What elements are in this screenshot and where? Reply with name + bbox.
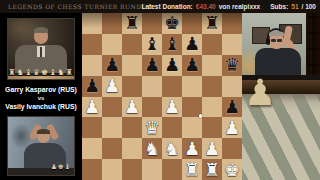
square-e5[interactable] [162,76,182,97]
square-d3[interactable]: ♛ [142,117,162,138]
donation-donor: von realpixxx [219,3,261,10]
streamer-hair [269,31,284,36]
chess-board: ♜♚♜♝♝♟♟♟♟♟♛♟♟♟♟♟♟♛♟♞♞♟♟♜♜♚ [82,13,242,180]
square-d5[interactable] [142,76,162,97]
square-a7[interactable] [82,34,102,55]
square-e4[interactable]: ♟ [162,97,182,118]
kasparov-hair [34,27,48,33]
black-pawn: ♟ [104,56,120,74]
ivanchuk-photo: ♟♚♝ [7,116,75,176]
square-c7[interactable] [122,34,142,55]
black-pawn: ♟ [184,56,200,74]
square-h7[interactable] [222,34,242,55]
square-b8[interactable] [102,13,122,34]
ivanchuk-hair [37,129,50,134]
subs-total: / 100 [302,3,316,10]
top-bar-stats: Latest Donation: €43.40 von realpixxx Su… [142,0,317,13]
square-e2[interactable]: ♞ [162,138,182,159]
top-bar: Legends of Chess Turnier Runde 3 Latest … [0,0,320,13]
headphone-earcup [266,38,270,45]
subs-count: 51 [291,3,298,10]
square-a3[interactable] [82,117,102,138]
right-panel: ♟ [242,13,320,180]
kasparov-tie [40,47,42,57]
white-pawn: ♟ [84,97,100,115]
square-f8[interactable] [182,13,202,34]
black-pawn: ♟ [84,77,100,95]
square-b2[interactable] [102,138,122,159]
donation-label: Latest Donation: [142,3,193,10]
bookshelf [306,13,320,80]
white-pawn: ♟ [184,139,200,157]
square-b7[interactable] [102,34,122,55]
square-h5[interactable] [222,76,242,97]
square-e7[interactable]: ♝ [162,34,182,55]
players-sidebar: ♜♞♝♛♚♝♞♜ Garry Kasparov (RUS) vs Vasily … [0,13,82,180]
square-c5[interactable] [122,76,142,97]
square-d7[interactable]: ♝ [142,34,162,55]
square-f7[interactable]: ♟ [182,34,202,55]
square-a5[interactable]: ♟ [82,76,102,97]
square-f3[interactable] [182,117,202,138]
glasses [271,39,276,42]
square-c1[interactable] [122,159,142,180]
black-queen: ♛ [224,56,240,74]
white-pawn: ♟ [124,97,140,115]
square-d4[interactable] [142,97,162,118]
white-pawn: ♟ [164,97,180,115]
white-king: ♚ [224,160,240,178]
square-h3[interactable]: ♟ [222,117,242,138]
black-bishop: ♝ [144,35,160,53]
square-e1[interactable] [162,159,182,180]
square-h2[interactable] [222,138,242,159]
photo-chess-pieces: ♟♚♝ [51,163,71,171]
stream-overlay: Legends of Chess Turnier Runde 3 Latest … [0,0,320,180]
black-rook: ♜ [124,14,140,32]
square-g6[interactable] [202,55,222,76]
square-d8[interactable] [142,13,162,34]
black-pawn: ♟ [224,97,240,115]
square-e6[interactable]: ♟ [162,55,182,76]
square-g2[interactable]: ♟ [202,138,222,159]
square-e8[interactable]: ♚ [162,13,182,34]
square-c8[interactable]: ♜ [122,13,142,34]
black-king: ♚ [164,14,180,32]
square-a6[interactable] [82,55,102,76]
square-f6[interactable]: ♟ [182,55,202,76]
square-h8[interactable] [222,13,242,34]
player-name-black: Vasily Ivanchuk (RUS) [0,102,82,111]
square-c3[interactable] [122,117,142,138]
black-pawn: ♟ [184,35,200,53]
square-b3[interactable] [102,117,122,138]
square-c4[interactable]: ♟ [122,97,142,118]
versus-label: vs [0,94,82,102]
square-d6[interactable]: ♟ [142,55,162,76]
white-pawn: ♟ [204,139,220,157]
black-rook: ♜ [204,14,220,32]
square-a8[interactable] [82,13,102,34]
square-g5[interactable] [202,76,222,97]
square-h4[interactable]: ♟ [222,97,242,118]
square-a4[interactable]: ♟ [82,97,102,118]
photo-board-strip [8,76,74,79]
square-d1[interactable] [142,159,162,180]
white-knight: ♞ [144,139,160,157]
player-name-white: Garry Kasparov (RUS) [0,85,82,94]
subs-label: Subs: [270,3,288,10]
square-b6[interactable]: ♟ [102,55,122,76]
square-c2[interactable] [122,138,142,159]
square-g3[interactable] [202,117,222,138]
white-pawn: ♟ [224,118,240,136]
black-pawn: ♟ [144,56,160,74]
square-c6[interactable] [122,55,142,76]
square-d2[interactable]: ♞ [142,138,162,159]
black-bishop: ♝ [164,35,180,53]
stream-title: Legends of Chess Turnier Runde 3 [8,0,153,13]
square-a1[interactable] [82,159,102,180]
donation-amount: €43.40 [196,3,216,10]
kasparov-photo: ♜♞♝♛♚♝♞♜ [7,18,75,80]
white-queen: ♛ [144,118,160,136]
matchup-panel: Garry Kasparov (RUS) vs Vasily Ivanchuk … [0,85,82,111]
square-b5[interactable]: ♟ [102,76,122,97]
white-pawn: ♟ [104,77,120,95]
square-b4[interactable] [102,97,122,118]
mouse-cursor [199,114,202,118]
square-g1[interactable]: ♜ [202,159,222,180]
white-rook: ♜ [184,160,200,178]
square-h1[interactable]: ♚ [222,159,242,180]
square-f1[interactable]: ♜ [182,159,202,180]
square-b1[interactable] [102,159,122,180]
white-knight: ♞ [164,139,180,157]
square-f5[interactable] [182,76,202,97]
square-f2[interactable]: ♟ [182,138,202,159]
black-pawn: ♟ [164,56,180,74]
square-h6[interactable]: ♛ [222,55,242,76]
square-g4[interactable] [202,97,222,118]
square-g8[interactable]: ♜ [202,13,222,34]
square-a2[interactable] [82,138,102,159]
physical-pawn: ♟ [244,75,276,111]
streamer-webcam [242,13,320,80]
square-e3[interactable] [162,117,182,138]
square-g7[interactable] [202,34,222,55]
white-rook: ♜ [204,160,220,178]
